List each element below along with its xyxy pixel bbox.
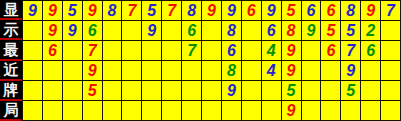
- grid-cell: [361, 101, 381, 121]
- grid-cell: [162, 81, 182, 101]
- grid-cell: 9: [43, 21, 63, 41]
- result-digit: 8: [227, 63, 236, 79]
- grid-cell: 9: [262, 1, 282, 21]
- result-digit: 6: [187, 23, 196, 39]
- result-digit: 4: [267, 63, 276, 79]
- grid-cell: [23, 21, 43, 41]
- grid-cell: 6: [222, 41, 242, 61]
- grid-cell: [202, 61, 222, 81]
- grid-cell: [262, 81, 282, 101]
- grid-cell: 6: [361, 41, 381, 61]
- grid-cell: 9: [282, 61, 302, 81]
- grid-cell: [162, 41, 182, 61]
- grid-cell: 5: [321, 21, 341, 41]
- result-digit: 7: [127, 3, 136, 19]
- grid-cell: 6: [302, 1, 322, 21]
- grid-cell: [202, 21, 222, 41]
- result-digit: 9: [227, 3, 236, 19]
- grid-cell: 9: [302, 21, 322, 41]
- result-digit: 7: [187, 43, 196, 59]
- grid-cell: 6: [262, 21, 282, 41]
- grid-cell: 9: [341, 61, 361, 81]
- grid-cell: [23, 81, 43, 101]
- grid-cell: 9: [222, 81, 242, 101]
- grid-cell: 9: [202, 1, 222, 21]
- grid-cell: 8: [103, 1, 123, 21]
- grid-cell: [122, 101, 142, 121]
- grid-cell: [162, 21, 182, 41]
- result-digit: 9: [207, 3, 216, 19]
- grid-cell: 6: [43, 41, 63, 61]
- board-title-char: 局: [0, 101, 22, 121]
- grid-cell: [381, 21, 401, 41]
- grid-cell: 8: [222, 61, 242, 81]
- board-title-char: 近: [0, 61, 22, 81]
- result-digit: 5: [326, 23, 335, 39]
- grid-cell: 6: [321, 1, 341, 21]
- grid-cell: 8: [282, 21, 302, 41]
- grid-cell: 7: [341, 41, 361, 61]
- grid-cell: [63, 101, 83, 121]
- grid-cell: [202, 41, 222, 61]
- grid-cell: 9: [43, 1, 63, 21]
- grid-cell: 9: [63, 21, 83, 41]
- result-digit: 8: [287, 23, 296, 39]
- result-digit: 5: [68, 3, 77, 19]
- grid-cell: [262, 101, 282, 121]
- result-digit: 8: [227, 23, 236, 39]
- result-digit: 9: [287, 103, 296, 119]
- result-digit: 5: [346, 23, 355, 39]
- result-digit: 5: [346, 83, 355, 99]
- grid-cell: 7: [122, 1, 142, 21]
- grid-cell: 5: [63, 1, 83, 21]
- grid-cell: [103, 81, 123, 101]
- grid-cell: [242, 41, 262, 61]
- grid-cell: 7: [182, 41, 202, 61]
- grid-cell: [23, 61, 43, 81]
- grid-cell: [182, 81, 202, 101]
- grid-cell: [103, 41, 123, 61]
- grid-cell: [302, 41, 322, 61]
- board-title-char: 示: [0, 20, 22, 40]
- grid-cell: [122, 61, 142, 81]
- grid-cell: [43, 101, 63, 121]
- result-digit: 9: [28, 3, 37, 19]
- grid-cell: [242, 21, 262, 41]
- grid-cell: 8: [222, 21, 242, 41]
- result-digit: 8: [346, 3, 355, 19]
- grid-cell: 8: [341, 1, 361, 21]
- grid-cell: 7: [162, 1, 182, 21]
- grid-cell: [321, 81, 341, 101]
- grid-cell: [381, 81, 401, 101]
- result-digit: 6: [326, 3, 335, 19]
- grid-cell: 9: [83, 1, 103, 21]
- result-digit: 6: [326, 43, 335, 59]
- grid-cell: [341, 101, 361, 121]
- grid-cell: [242, 61, 262, 81]
- grid-cell: 5: [341, 21, 361, 41]
- game-history-board: 显 示 最 近 牌 局 9959875789969566897996968689…: [0, 0, 401, 121]
- grid-cell: 6: [83, 21, 103, 41]
- grid-cell: 7: [381, 1, 401, 21]
- grid-cell: [43, 61, 63, 81]
- result-digit: 9: [68, 23, 77, 39]
- grid-cell: [63, 41, 83, 61]
- grid-cell: [63, 81, 83, 101]
- grid-cell: 5: [282, 81, 302, 101]
- result-digit: 5: [287, 3, 296, 19]
- grid-cell: 5: [142, 1, 162, 21]
- grid-cell: [302, 81, 322, 101]
- result-digit: 8: [108, 3, 117, 19]
- grid-cell: 6: [321, 41, 341, 61]
- result-digit: 8: [187, 3, 196, 19]
- grid-cell: [142, 61, 162, 81]
- result-digit: 9: [267, 3, 276, 19]
- grid-cell: [162, 61, 182, 81]
- result-digit: 9: [48, 23, 57, 39]
- grid-cell: 4: [262, 41, 282, 61]
- grid-cell: 9: [282, 41, 302, 61]
- result-digit: 9: [88, 63, 97, 79]
- grid-cell: [142, 81, 162, 101]
- result-digit: 6: [88, 23, 97, 39]
- board-title-vertical: 显 示 最 近 牌 局: [0, 0, 22, 121]
- result-digit: 7: [346, 43, 355, 59]
- grid-cell: [103, 21, 123, 41]
- grid-cell: 5: [282, 1, 302, 21]
- history-grid: 9959875789969566897996968689552677649676…: [22, 0, 401, 121]
- grid-cell: [122, 41, 142, 61]
- grid-cell: 7: [83, 41, 103, 61]
- grid-cell: [182, 101, 202, 121]
- grid-cell: [23, 101, 43, 121]
- grid-cell: [43, 81, 63, 101]
- grid-cell: [242, 101, 262, 121]
- grid-cell: 9: [222, 1, 242, 21]
- result-digit: 4: [267, 43, 276, 59]
- grid-cell: [381, 41, 401, 61]
- grid-cell: [321, 61, 341, 81]
- grid-cell: 9: [83, 61, 103, 81]
- grid-cell: [381, 101, 401, 121]
- grid-cell: 6: [242, 1, 262, 21]
- grid-cell: [63, 61, 83, 81]
- result-digit: 9: [227, 83, 236, 99]
- result-digit: 5: [147, 3, 156, 19]
- grid-cell: [162, 101, 182, 121]
- grid-cell: 5: [83, 81, 103, 101]
- board-title-char: 最: [0, 40, 22, 60]
- grid-cell: [361, 61, 381, 81]
- result-digit: 5: [287, 83, 296, 99]
- board-title-char: 显: [0, 0, 22, 20]
- result-digit: 6: [267, 23, 276, 39]
- result-digit: 9: [88, 3, 97, 19]
- result-digit: 6: [366, 43, 375, 59]
- grid-cell: [202, 81, 222, 101]
- result-digit: 6: [247, 3, 256, 19]
- board-title-char: 牌: [0, 81, 22, 101]
- result-digit: 7: [386, 3, 395, 19]
- grid-cell: 4: [262, 61, 282, 81]
- result-digit: 9: [287, 43, 296, 59]
- grid-cell: [302, 101, 322, 121]
- grid-cell: [103, 101, 123, 121]
- result-digit: 6: [307, 3, 316, 19]
- grid-cell: 5: [341, 81, 361, 101]
- result-digit: 6: [227, 43, 236, 59]
- grid-cell: [381, 61, 401, 81]
- grid-cell: [302, 61, 322, 81]
- result-digit: 9: [366, 3, 375, 19]
- result-digit: 9: [307, 23, 316, 39]
- result-digit: 9: [147, 23, 156, 39]
- grid-cell: 9: [282, 101, 302, 121]
- grid-cell: [122, 81, 142, 101]
- result-digit: 9: [287, 63, 296, 79]
- grid-cell: [23, 41, 43, 61]
- grid-cell: 8: [182, 1, 202, 21]
- grid-cell: [242, 81, 262, 101]
- grid-cell: [321, 101, 341, 121]
- result-digit: 5: [88, 83, 97, 99]
- result-digit: 6: [48, 43, 57, 59]
- result-digit: 7: [88, 43, 97, 59]
- grid-cell: [142, 41, 162, 61]
- grid-cell: 9: [23, 1, 43, 21]
- grid-cell: 9: [142, 21, 162, 41]
- grid-cell: 6: [182, 21, 202, 41]
- grid-cell: [142, 101, 162, 121]
- grid-cell: [202, 101, 222, 121]
- result-digit: 9: [346, 63, 355, 79]
- grid-cell: [122, 21, 142, 41]
- result-digit: 7: [167, 3, 176, 19]
- grid-cell: 2: [361, 21, 381, 41]
- result-digit: 2: [366, 23, 375, 39]
- grid-cell: 9: [361, 1, 381, 21]
- grid-cell: [222, 101, 242, 121]
- result-digit: 9: [48, 3, 57, 19]
- grid-cell: [103, 61, 123, 81]
- grid-cell: [83, 101, 103, 121]
- grid-cell: [361, 81, 381, 101]
- grid-cell: [182, 61, 202, 81]
